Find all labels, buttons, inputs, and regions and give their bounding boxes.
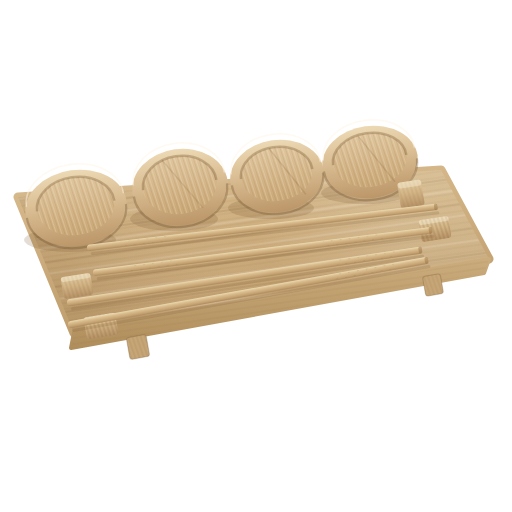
board-foot-right <box>422 274 443 297</box>
bamboo-sushi-set-image <box>0 0 512 512</box>
chopstick-rest-left-back <box>60 273 93 299</box>
chopstick-rest-right-back <box>397 179 425 208</box>
product-photo: Bamboo sushi serving set on white backgr… <box>0 0 512 512</box>
board-foot-left <box>126 334 150 359</box>
